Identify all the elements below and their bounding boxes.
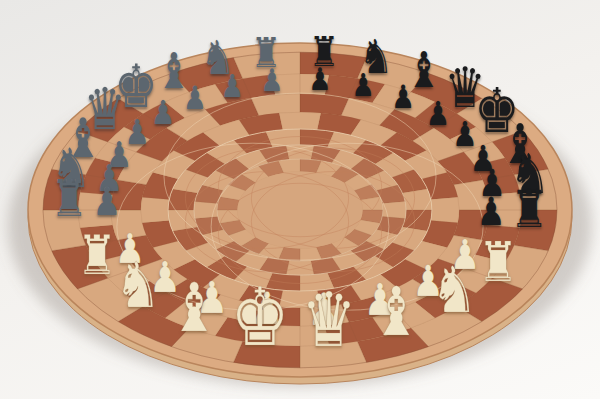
gray-pawn-1[interactable]: ♟ xyxy=(93,184,121,223)
black-pawn-4[interactable]: ♟ xyxy=(425,97,449,130)
gray-rook-1[interactable]: ♜ xyxy=(51,174,88,225)
white-bishop-1[interactable]: ♝ xyxy=(371,279,421,347)
white-queen[interactable]: ♛ xyxy=(301,283,356,358)
gray-pawn-6[interactable]: ♟ xyxy=(183,81,207,113)
white-bishop-2[interactable]: ♝ xyxy=(170,276,219,343)
white-knight-1[interactable]: ♞ xyxy=(430,259,477,323)
black-pawn-1[interactable]: ♟ xyxy=(309,64,332,95)
white-rook-1[interactable]: ♜ xyxy=(478,234,518,289)
gray-pawn-7[interactable]: ♟ xyxy=(220,71,243,103)
black-pawn-3[interactable]: ♟ xyxy=(391,81,415,113)
white-king[interactable]: ♚ xyxy=(230,278,289,358)
white-knight-2[interactable]: ♞ xyxy=(115,255,161,318)
photo-background: { "game": "3 Man Chess — three-player ci… xyxy=(0,0,600,399)
scene: ♜♞♝♛♚♝♞♜♟♟♟♟♟♟♟♟♜♞♝♛♚♝♞♜♟♟♟♟♟♟♟♟♜♞♝♛♚♝♞♜… xyxy=(0,0,600,399)
black-pawn-2[interactable]: ♟ xyxy=(352,70,375,102)
black-rook-2[interactable]: ♜ xyxy=(510,184,548,235)
board-cell xyxy=(279,112,321,129)
white-rook-2[interactable]: ♜ xyxy=(77,229,117,283)
gray-pawn-8[interactable]: ♟ xyxy=(260,65,283,96)
board-cell xyxy=(431,197,459,223)
gray-pawn-5[interactable]: ♟ xyxy=(151,97,175,130)
black-pawn-8[interactable]: ♟ xyxy=(477,191,506,230)
board-cell xyxy=(141,197,169,223)
